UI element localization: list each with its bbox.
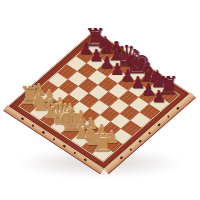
chess-set-product-photo: ♜♞♝♛♚♝♞♜♟♟♟♟♟♟♟♟♟♟♟♟♟♟♟♟♜♞♝♛♚♝♞♜: [0, 0, 200, 200]
board-squares: ♜♞♝♛♚♝♞♜♟♟♟♟♟♟♟♟♟♟♟♟♟♟♟♟♜♞♝♛♚♝♞♜: [18, 38, 180, 161]
brass-pin-dot: [148, 131, 152, 135]
brass-pin-dot: [167, 115, 171, 119]
black-pawn-h7: ♟: [152, 89, 167, 106]
brass-pin-dot: [138, 140, 142, 144]
brass-pin-dot: [176, 106, 180, 110]
brass-pin-dot: [119, 156, 123, 160]
brass-pin-dot: [129, 148, 133, 152]
brass-pin-dot: [157, 123, 161, 127]
white-rook-h1: ♜: [91, 131, 113, 156]
square-h1: ♜: [93, 145, 113, 160]
